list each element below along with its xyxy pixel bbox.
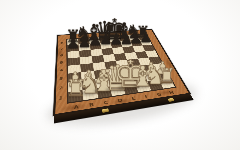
chess-set-photo: A1B2C3D4E5F6G7H8 ♜♞♝♛♚♝♞♜♟♟♟♟♟♟♟♟♟♟♟♟♟♟♟…: [0, 0, 240, 150]
piece-white-rook-h1[interactable]: ♜: [158, 66, 176, 86]
pieces-layer: ♜♞♝♛♚♝♞♜♟♟♟♟♟♟♟♟♟♟♟♟♟♟♟♟♜♞♝♛♚♝♞♜: [0, 0, 240, 150]
piece-black-pawn-h7[interactable]: ♟: [139, 30, 152, 44]
